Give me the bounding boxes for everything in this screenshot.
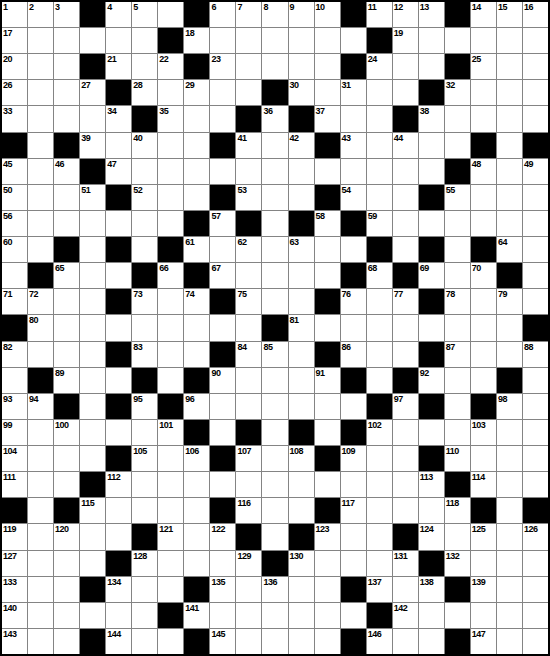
white-cell[interactable] <box>236 315 261 340</box>
white-cell[interactable]: 147 <box>471 629 496 654</box>
white-cell[interactable]: 123 <box>315 524 340 549</box>
white-cell[interactable]: 79 <box>497 289 522 314</box>
white-cell[interactable]: 32 <box>445 80 470 105</box>
white-cell[interactable] <box>28 106 53 131</box>
white-cell[interactable] <box>262 420 287 445</box>
white-cell[interactable]: 101 <box>158 420 183 445</box>
white-cell[interactable] <box>54 577 79 602</box>
white-cell[interactable] <box>289 577 314 602</box>
white-cell[interactable] <box>497 551 522 576</box>
white-cell[interactable] <box>289 342 314 367</box>
white-cell[interactable]: 78 <box>445 289 470 314</box>
white-cell[interactable] <box>445 106 470 131</box>
white-cell[interactable]: 138 <box>419 577 444 602</box>
white-cell[interactable] <box>80 315 105 340</box>
white-cell[interactable]: 100 <box>54 420 79 445</box>
white-cell[interactable]: 85 <box>262 342 287 367</box>
white-cell[interactable] <box>523 106 548 131</box>
white-cell[interactable] <box>184 551 209 576</box>
white-cell[interactable] <box>289 498 314 523</box>
white-cell[interactable] <box>28 498 53 523</box>
white-cell[interactable] <box>262 524 287 549</box>
white-cell[interactable] <box>315 577 340 602</box>
white-cell[interactable] <box>184 342 209 367</box>
white-cell[interactable] <box>367 80 392 105</box>
white-cell[interactable] <box>54 342 79 367</box>
white-cell[interactable] <box>523 80 548 105</box>
white-cell[interactable]: 30 <box>289 80 314 105</box>
white-cell[interactable]: 122 <box>210 524 235 549</box>
white-cell[interactable] <box>341 524 366 549</box>
white-cell[interactable] <box>289 394 314 419</box>
white-cell[interactable] <box>210 106 235 131</box>
white-cell[interactable]: 69 <box>419 263 444 288</box>
white-cell[interactable] <box>28 629 53 654</box>
white-cell[interactable] <box>289 472 314 497</box>
white-cell[interactable] <box>184 472 209 497</box>
white-cell[interactable] <box>393 211 418 236</box>
white-cell[interactable] <box>80 211 105 236</box>
white-cell[interactable]: 53 <box>236 185 261 210</box>
white-cell[interactable] <box>367 342 392 367</box>
white-cell[interactable]: 23 <box>210 54 235 79</box>
white-cell[interactable]: 112 <box>106 472 131 497</box>
white-cell[interactable] <box>497 603 522 628</box>
white-cell[interactable] <box>262 289 287 314</box>
white-cell[interactable]: 64 <box>497 237 522 262</box>
white-cell[interactable] <box>184 133 209 158</box>
white-cell[interactable]: 42 <box>289 133 314 158</box>
white-cell[interactable] <box>158 629 183 654</box>
white-cell[interactable] <box>445 133 470 158</box>
white-cell[interactable] <box>471 185 496 210</box>
white-cell[interactable] <box>132 498 157 523</box>
white-cell[interactable] <box>158 211 183 236</box>
white-cell[interactable]: 26 <box>2 80 27 105</box>
white-cell[interactable]: 129 <box>236 551 261 576</box>
white-cell[interactable] <box>471 28 496 53</box>
white-cell[interactable] <box>367 472 392 497</box>
white-cell[interactable] <box>393 498 418 523</box>
white-cell[interactable]: 17 <box>2 28 27 53</box>
white-cell[interactable]: 55 <box>445 185 470 210</box>
white-cell[interactable] <box>158 159 183 184</box>
white-cell[interactable] <box>132 629 157 654</box>
white-cell[interactable] <box>106 315 131 340</box>
white-cell[interactable] <box>471 80 496 105</box>
white-cell[interactable] <box>132 28 157 53</box>
white-cell[interactable] <box>28 603 53 628</box>
white-cell[interactable] <box>393 420 418 445</box>
white-cell[interactable]: 28 <box>132 80 157 105</box>
white-cell[interactable] <box>262 394 287 419</box>
white-cell[interactable]: 134 <box>106 577 131 602</box>
white-cell[interactable] <box>471 342 496 367</box>
white-cell[interactable] <box>184 315 209 340</box>
white-cell[interactable] <box>106 603 131 628</box>
white-cell[interactable] <box>445 524 470 549</box>
white-cell[interactable] <box>28 446 53 471</box>
white-cell[interactable] <box>106 524 131 549</box>
white-cell[interactable] <box>262 159 287 184</box>
white-cell[interactable]: 92 <box>419 368 444 393</box>
white-cell[interactable] <box>54 54 79 79</box>
white-cell[interactable]: 54 <box>341 185 366 210</box>
white-cell[interactable]: 9 <box>289 2 314 27</box>
white-cell[interactable] <box>132 54 157 79</box>
white-cell[interactable] <box>367 524 392 549</box>
white-cell[interactable]: 128 <box>132 551 157 576</box>
white-cell[interactable]: 90 <box>210 368 235 393</box>
white-cell[interactable] <box>158 2 183 27</box>
white-cell[interactable]: 5 <box>132 2 157 27</box>
white-cell[interactable]: 1 <box>2 2 27 27</box>
white-cell[interactable] <box>367 185 392 210</box>
white-cell[interactable] <box>471 289 496 314</box>
white-cell[interactable]: 15 <box>497 2 522 27</box>
white-cell[interactable] <box>236 394 261 419</box>
white-cell[interactable] <box>236 472 261 497</box>
white-cell[interactable] <box>315 28 340 53</box>
white-cell[interactable]: 83 <box>132 342 157 367</box>
white-cell[interactable]: 117 <box>341 498 366 523</box>
white-cell[interactable] <box>54 106 79 131</box>
white-cell[interactable] <box>497 133 522 158</box>
white-cell[interactable]: 71 <box>2 289 27 314</box>
white-cell[interactable] <box>523 577 548 602</box>
white-cell[interactable] <box>158 498 183 523</box>
white-cell[interactable]: 102 <box>367 420 392 445</box>
white-cell[interactable] <box>471 315 496 340</box>
white-cell[interactable] <box>236 263 261 288</box>
white-cell[interactable] <box>210 394 235 419</box>
white-cell[interactable]: 60 <box>2 237 27 262</box>
white-cell[interactable] <box>289 263 314 288</box>
white-cell[interactable] <box>393 315 418 340</box>
white-cell[interactable] <box>28 133 53 158</box>
white-cell[interactable] <box>523 394 548 419</box>
white-cell[interactable]: 116 <box>236 498 261 523</box>
white-cell[interactable] <box>367 368 392 393</box>
white-cell[interactable]: 20 <box>2 54 27 79</box>
white-cell[interactable] <box>262 133 287 158</box>
white-cell[interactable] <box>341 472 366 497</box>
white-cell[interactable] <box>28 342 53 367</box>
white-cell[interactable] <box>393 80 418 105</box>
white-cell[interactable] <box>367 498 392 523</box>
white-cell[interactable] <box>471 211 496 236</box>
white-cell[interactable] <box>132 420 157 445</box>
white-cell[interactable] <box>262 446 287 471</box>
white-cell[interactable] <box>471 603 496 628</box>
white-cell[interactable]: 109 <box>341 446 366 471</box>
white-cell[interactable]: 107 <box>236 446 261 471</box>
white-cell[interactable]: 145 <box>210 629 235 654</box>
white-cell[interactable]: 10 <box>315 2 340 27</box>
white-cell[interactable]: 118 <box>445 498 470 523</box>
white-cell[interactable] <box>132 211 157 236</box>
white-cell[interactable]: 46 <box>54 159 79 184</box>
white-cell[interactable] <box>80 237 105 262</box>
white-cell[interactable] <box>497 524 522 549</box>
white-cell[interactable] <box>54 185 79 210</box>
white-cell[interactable] <box>497 342 522 367</box>
white-cell[interactable] <box>497 80 522 105</box>
white-cell[interactable] <box>262 498 287 523</box>
white-cell[interactable] <box>471 106 496 131</box>
white-cell[interactable] <box>210 237 235 262</box>
white-cell[interactable]: 124 <box>419 524 444 549</box>
white-cell[interactable] <box>158 133 183 158</box>
white-cell[interactable]: 57 <box>210 211 235 236</box>
white-cell[interactable] <box>28 54 53 79</box>
white-cell[interactable]: 35 <box>158 106 183 131</box>
white-cell[interactable]: 65 <box>54 263 79 288</box>
white-cell[interactable]: 126 <box>523 524 548 549</box>
white-cell[interactable] <box>2 263 27 288</box>
white-cell[interactable]: 45 <box>2 159 27 184</box>
white-cell[interactable] <box>471 368 496 393</box>
white-cell[interactable]: 41 <box>236 133 261 158</box>
white-cell[interactable] <box>393 185 418 210</box>
white-cell[interactable]: 61 <box>184 237 209 262</box>
white-cell[interactable]: 105 <box>132 446 157 471</box>
white-cell[interactable] <box>210 420 235 445</box>
white-cell[interactable]: 80 <box>28 315 53 340</box>
white-cell[interactable]: 3 <box>54 2 79 27</box>
white-cell[interactable] <box>523 603 548 628</box>
white-cell[interactable] <box>315 394 340 419</box>
white-cell[interactable] <box>523 28 548 53</box>
white-cell[interactable] <box>393 629 418 654</box>
white-cell[interactable]: 68 <box>367 263 392 288</box>
white-cell[interactable]: 96 <box>184 394 209 419</box>
white-cell[interactable]: 37 <box>315 106 340 131</box>
white-cell[interactable] <box>289 629 314 654</box>
white-cell[interactable] <box>367 551 392 576</box>
white-cell[interactable]: 13 <box>419 2 444 27</box>
white-cell[interactable]: 11 <box>367 2 392 27</box>
white-cell[interactable]: 95 <box>132 394 157 419</box>
white-cell[interactable] <box>236 603 261 628</box>
white-cell[interactable]: 29 <box>184 80 209 105</box>
white-cell[interactable] <box>54 629 79 654</box>
white-cell[interactable] <box>497 159 522 184</box>
white-cell[interactable]: 119 <box>2 524 27 549</box>
white-cell[interactable]: 115 <box>80 498 105 523</box>
white-cell[interactable] <box>106 420 131 445</box>
white-cell[interactable] <box>445 420 470 445</box>
white-cell[interactable] <box>158 80 183 105</box>
white-cell[interactable]: 16 <box>523 2 548 27</box>
white-cell[interactable] <box>184 524 209 549</box>
white-cell[interactable] <box>106 133 131 158</box>
white-cell[interactable] <box>236 80 261 105</box>
white-cell[interactable] <box>210 159 235 184</box>
white-cell[interactable] <box>262 472 287 497</box>
white-cell[interactable] <box>158 289 183 314</box>
white-cell[interactable] <box>471 446 496 471</box>
white-cell[interactable] <box>80 446 105 471</box>
white-cell[interactable] <box>2 368 27 393</box>
white-cell[interactable] <box>445 394 470 419</box>
white-cell[interactable] <box>315 80 340 105</box>
white-cell[interactable] <box>106 263 131 288</box>
white-cell[interactable]: 146 <box>367 629 392 654</box>
white-cell[interactable]: 4 <box>106 2 131 27</box>
white-cell[interactable]: 48 <box>471 159 496 184</box>
white-cell[interactable] <box>419 603 444 628</box>
white-cell[interactable]: 136 <box>262 577 287 602</box>
white-cell[interactable]: 27 <box>80 80 105 105</box>
white-cell[interactable] <box>236 577 261 602</box>
white-cell[interactable]: 86 <box>341 342 366 367</box>
white-cell[interactable]: 84 <box>236 342 261 367</box>
white-cell[interactable] <box>28 237 53 262</box>
white-cell[interactable] <box>445 237 470 262</box>
white-cell[interactable] <box>54 446 79 471</box>
white-cell[interactable] <box>289 28 314 53</box>
white-cell[interactable] <box>289 603 314 628</box>
white-cell[interactable] <box>28 472 53 497</box>
white-cell[interactable] <box>315 551 340 576</box>
white-cell[interactable]: 75 <box>236 289 261 314</box>
white-cell[interactable]: 77 <box>393 289 418 314</box>
white-cell[interactable] <box>393 472 418 497</box>
white-cell[interactable] <box>393 159 418 184</box>
white-cell[interactable] <box>28 211 53 236</box>
white-cell[interactable] <box>497 185 522 210</box>
white-cell[interactable]: 131 <box>393 551 418 576</box>
white-cell[interactable]: 40 <box>132 133 157 158</box>
white-cell[interactable]: 22 <box>158 54 183 79</box>
white-cell[interactable] <box>158 315 183 340</box>
white-cell[interactable] <box>236 159 261 184</box>
white-cell[interactable] <box>236 629 261 654</box>
white-cell[interactable]: 2 <box>28 2 53 27</box>
white-cell[interactable] <box>132 237 157 262</box>
white-cell[interactable] <box>497 472 522 497</box>
white-cell[interactable]: 58 <box>315 211 340 236</box>
white-cell[interactable] <box>419 629 444 654</box>
white-cell[interactable] <box>497 28 522 53</box>
white-cell[interactable] <box>28 524 53 549</box>
white-cell[interactable]: 140 <box>2 603 27 628</box>
white-cell[interactable] <box>419 211 444 236</box>
white-cell[interactable]: 62 <box>236 237 261 262</box>
white-cell[interactable]: 25 <box>471 54 496 79</box>
white-cell[interactable]: 24 <box>367 54 392 79</box>
white-cell[interactable]: 63 <box>289 237 314 262</box>
white-cell[interactable] <box>54 551 79 576</box>
white-cell[interactable] <box>28 159 53 184</box>
white-cell[interactable]: 139 <box>471 577 496 602</box>
white-cell[interactable] <box>497 211 522 236</box>
white-cell[interactable] <box>445 211 470 236</box>
white-cell[interactable]: 43 <box>341 133 366 158</box>
white-cell[interactable] <box>289 54 314 79</box>
white-cell[interactable]: 143 <box>2 629 27 654</box>
white-cell[interactable]: 114 <box>471 472 496 497</box>
white-cell[interactable] <box>289 289 314 314</box>
white-cell[interactable]: 82 <box>2 342 27 367</box>
white-cell[interactable]: 49 <box>523 159 548 184</box>
white-cell[interactable] <box>367 106 392 131</box>
white-cell[interactable]: 98 <box>497 394 522 419</box>
white-cell[interactable] <box>523 211 548 236</box>
white-cell[interactable] <box>497 577 522 602</box>
white-cell[interactable] <box>523 54 548 79</box>
white-cell[interactable] <box>523 551 548 576</box>
white-cell[interactable] <box>132 577 157 602</box>
white-cell[interactable]: 89 <box>54 368 79 393</box>
white-cell[interactable] <box>497 106 522 131</box>
white-cell[interactable]: 135 <box>210 577 235 602</box>
white-cell[interactable] <box>523 185 548 210</box>
white-cell[interactable] <box>158 342 183 367</box>
white-cell[interactable] <box>210 472 235 497</box>
white-cell[interactable] <box>315 472 340 497</box>
white-cell[interactable]: 47 <box>106 159 131 184</box>
white-cell[interactable]: 137 <box>367 577 392 602</box>
white-cell[interactable] <box>80 342 105 367</box>
white-cell[interactable] <box>106 368 131 393</box>
white-cell[interactable] <box>471 551 496 576</box>
white-cell[interactable] <box>54 28 79 53</box>
white-cell[interactable]: 144 <box>106 629 131 654</box>
white-cell[interactable] <box>523 368 548 393</box>
white-cell[interactable]: 19 <box>393 28 418 53</box>
white-cell[interactable] <box>445 368 470 393</box>
white-cell[interactable]: 141 <box>184 603 209 628</box>
white-cell[interactable]: 67 <box>210 263 235 288</box>
white-cell[interactable] <box>289 368 314 393</box>
white-cell[interactable] <box>236 54 261 79</box>
white-cell[interactable]: 127 <box>2 551 27 576</box>
white-cell[interactable] <box>341 237 366 262</box>
white-cell[interactable]: 73 <box>132 289 157 314</box>
white-cell[interactable] <box>341 106 366 131</box>
white-cell[interactable] <box>262 54 287 79</box>
white-cell[interactable] <box>210 28 235 53</box>
white-cell[interactable]: 7 <box>236 2 261 27</box>
white-cell[interactable] <box>315 54 340 79</box>
white-cell[interactable] <box>210 603 235 628</box>
white-cell[interactable] <box>419 315 444 340</box>
white-cell[interactable] <box>393 237 418 262</box>
white-cell[interactable] <box>523 263 548 288</box>
white-cell[interactable] <box>80 106 105 131</box>
white-cell[interactable]: 8 <box>262 2 287 27</box>
white-cell[interactable] <box>393 54 418 79</box>
white-cell[interactable] <box>367 159 392 184</box>
white-cell[interactable] <box>419 133 444 158</box>
white-cell[interactable]: 59 <box>367 211 392 236</box>
white-cell[interactable]: 103 <box>471 420 496 445</box>
white-cell[interactable] <box>262 263 287 288</box>
white-cell[interactable] <box>367 446 392 471</box>
white-cell[interactable]: 88 <box>523 342 548 367</box>
white-cell[interactable] <box>445 603 470 628</box>
white-cell[interactable]: 76 <box>341 289 366 314</box>
white-cell[interactable]: 21 <box>106 54 131 79</box>
white-cell[interactable]: 104 <box>2 446 27 471</box>
white-cell[interactable] <box>341 394 366 419</box>
white-cell[interactable] <box>28 551 53 576</box>
white-cell[interactable]: 110 <box>445 446 470 471</box>
white-cell[interactable] <box>315 603 340 628</box>
white-cell[interactable] <box>54 289 79 314</box>
